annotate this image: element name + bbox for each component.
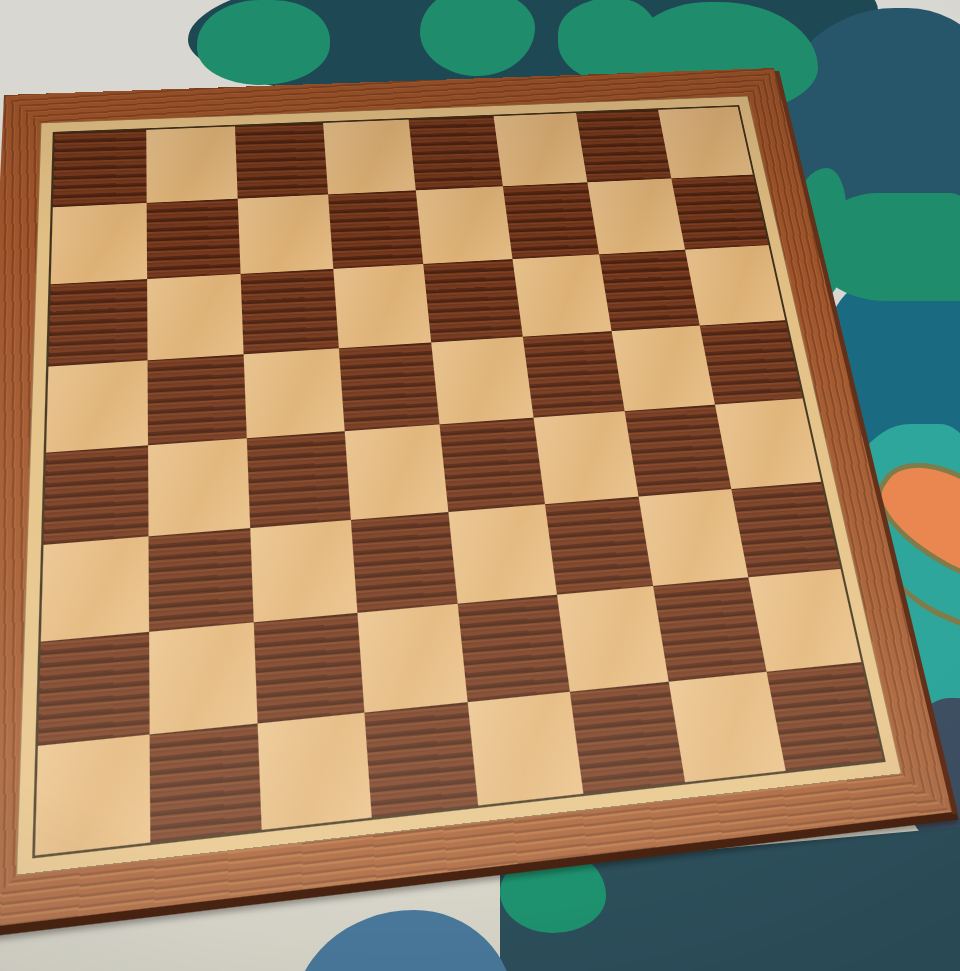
square-e1[interactable] [468,691,583,805]
square-b4[interactable] [147,438,250,536]
square-d6[interactable] [333,264,431,348]
board-margin [16,96,903,876]
square-f7[interactable] [502,182,599,259]
square-g5[interactable] [612,325,715,411]
square-c5[interactable] [244,348,345,438]
fabric-shape-green-blob-top-1 [197,0,330,85]
square-e5[interactable] [431,336,533,424]
square-a1[interactable] [35,734,150,856]
square-b1[interactable] [149,723,262,843]
square-f4[interactable] [533,411,638,504]
square-h3[interactable] [731,481,841,577]
square-e7[interactable] [416,186,512,264]
square-h2[interactable] [748,569,861,671]
square-f2[interactable] [556,586,668,691]
square-c1[interactable] [258,712,372,830]
square-f6[interactable] [512,254,612,336]
square-e4[interactable] [440,418,545,512]
square-g8[interactable] [576,110,671,182]
square-a8[interactable] [53,130,146,207]
square-c6[interactable] [241,269,339,354]
square-f3[interactable] [544,496,653,595]
square-a2[interactable] [38,632,149,745]
square-e3[interactable] [448,504,556,604]
square-c7[interactable] [238,194,333,274]
square-d5[interactable] [338,342,439,431]
square-d2[interactable] [357,604,468,712]
square-g2[interactable] [653,577,766,681]
square-a7[interactable] [51,203,147,285]
square-h5[interactable] [699,320,802,405]
square-b6[interactable] [147,274,244,360]
square-b3[interactable] [148,528,254,632]
square-a6[interactable] [48,279,147,366]
fabric-shape-green-band-right [813,193,960,301]
square-c8[interactable] [235,123,328,198]
square-g3[interactable] [638,489,747,586]
fabric-shape-steel-blue-tongue [292,910,514,971]
square-d1[interactable] [364,702,478,818]
square-g7[interactable] [587,178,684,254]
square-h4[interactable] [714,398,821,488]
square-e2[interactable] [458,595,570,702]
square-a4[interactable] [43,445,147,544]
square-d3[interactable] [350,512,457,613]
square-a3[interactable] [41,536,149,642]
square-c4[interactable] [247,431,351,527]
square-h6[interactable] [685,245,786,325]
square-g4[interactable] [625,405,731,496]
square-d4[interactable] [344,424,448,519]
square-d7[interactable] [328,190,424,269]
square-b7[interactable] [146,198,240,279]
square-f8[interactable] [493,113,587,186]
board-grid [32,105,886,858]
square-e8[interactable] [409,116,503,190]
square-h1[interactable] [766,662,883,771]
photo-scene [0,0,960,971]
square-b5[interactable] [147,354,247,446]
square-e6[interactable] [423,259,522,342]
square-f1[interactable] [569,681,685,794]
square-h7[interactable] [671,174,769,250]
square-f5[interactable] [522,331,624,418]
square-b8[interactable] [146,126,238,202]
square-b2[interactable] [148,622,257,734]
square-g1[interactable] [669,671,786,782]
square-g6[interactable] [599,250,699,331]
square-d8[interactable] [323,120,416,194]
square-c2[interactable] [254,613,364,723]
square-a5[interactable] [46,360,147,453]
square-h8[interactable] [658,107,753,178]
square-c3[interactable] [250,519,357,622]
